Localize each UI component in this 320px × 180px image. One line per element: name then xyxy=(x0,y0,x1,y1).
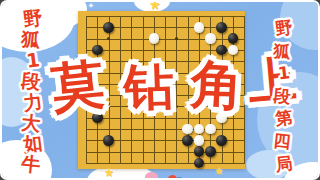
white-stone xyxy=(216,112,227,123)
grid-line xyxy=(86,163,245,164)
grid-line xyxy=(86,95,245,96)
grid-line xyxy=(86,16,245,17)
star-icon: ★ xyxy=(104,167,114,178)
grid-line xyxy=(86,129,245,130)
left-caption: 野狐1段力大如牛 xyxy=(16,8,48,175)
caption-char: 牛 xyxy=(14,153,48,177)
white-stone xyxy=(194,135,205,146)
black-stone xyxy=(194,158,205,169)
caption-char: 力 xyxy=(16,90,50,115)
caption-char: 1 xyxy=(16,48,50,73)
caption-char: 野 xyxy=(268,15,301,41)
caption-char: 四 xyxy=(266,128,298,154)
white-stone xyxy=(182,124,193,135)
hoshi-point xyxy=(107,105,110,108)
star-icon: ★ xyxy=(149,0,161,11)
black-stone xyxy=(194,146,205,157)
black-stone xyxy=(103,22,114,33)
white-stone xyxy=(194,124,205,135)
black-stone xyxy=(92,45,103,56)
black-stone xyxy=(92,112,103,123)
hoshi-point xyxy=(107,37,110,40)
grid-line xyxy=(86,61,245,62)
right-caption: 野狐1段第四局 xyxy=(268,17,298,175)
black-stone xyxy=(103,135,114,146)
grid-line xyxy=(86,73,245,74)
black-stone xyxy=(216,135,227,146)
sparkle-icon: ✦ xyxy=(88,3,94,10)
star-icon: ★ xyxy=(215,167,223,176)
white-stone xyxy=(194,22,205,33)
black-stone xyxy=(182,135,193,146)
black-stone xyxy=(216,22,227,33)
caption-char: 第 xyxy=(268,106,301,132)
sticker xyxy=(176,177,183,180)
black-stone xyxy=(216,45,227,56)
grid-line xyxy=(86,152,245,153)
sticker xyxy=(145,172,158,180)
caption-char: 局 xyxy=(268,151,301,177)
caption-char: 1 xyxy=(268,60,301,86)
black-stone xyxy=(205,146,216,157)
grid-line xyxy=(86,84,245,85)
white-stone xyxy=(205,33,216,44)
thumbnail-frame: 莫钻角上 野狐1段力大如牛 野狐1段第四局 ★ ✦ ★ ★ ✦ xyxy=(0,0,320,180)
sparkle-icon: ✦ xyxy=(24,149,29,155)
hoshi-point xyxy=(175,37,178,40)
white-stone xyxy=(228,45,239,56)
black-stone xyxy=(228,33,239,44)
hoshi-point xyxy=(175,105,178,108)
go-board xyxy=(78,11,245,169)
white-stone xyxy=(205,124,216,135)
white-stone xyxy=(149,33,160,44)
